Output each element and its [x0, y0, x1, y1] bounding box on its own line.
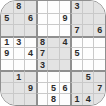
cell-r1c1[interactable] — [1, 1, 13, 13]
cell-r8c1[interactable] — [1, 82, 13, 94]
cell-r6c2[interactable] — [13, 59, 25, 71]
sudoku-board: 8356976138494753159567814 — [0, 0, 106, 106]
cell-r2c7[interactable] — [70, 13, 82, 25]
cell-r9c1[interactable] — [1, 93, 13, 105]
sudoku-app: 8356976138494753159567814 — [0, 0, 106, 106]
cell-r9c2[interactable] — [13, 93, 25, 105]
cell-r9c5[interactable]: 8 — [47, 93, 59, 105]
cell-r2c3[interactable]: 6 — [24, 13, 36, 25]
cell-r3c5[interactable] — [47, 24, 59, 36]
cell-r6c7[interactable] — [70, 59, 82, 71]
cell-r6c8[interactable] — [82, 59, 94, 71]
cell-r9c3[interactable] — [24, 93, 36, 105]
cell-r2c8[interactable] — [82, 13, 94, 25]
cell-r6c4[interactable]: 3 — [36, 59, 48, 71]
cell-r1c5[interactable] — [47, 1, 59, 13]
cell-r6c6[interactable] — [59, 59, 71, 71]
cell-r4c5[interactable] — [47, 36, 59, 48]
cell-r2c4[interactable] — [36, 13, 48, 25]
cell-r5c3[interactable]: 4 — [24, 47, 36, 59]
cell-r9c7[interactable]: 1 — [70, 93, 82, 105]
cell-r7c4[interactable] — [36, 70, 48, 82]
cell-r3c6[interactable] — [59, 24, 71, 36]
cell-r1c3[interactable] — [24, 1, 36, 13]
cell-r9c4[interactable] — [36, 93, 48, 105]
cell-r7c3[interactable] — [24, 70, 36, 82]
cell-r7c7[interactable] — [70, 70, 82, 82]
cell-r8c5[interactable]: 5 — [47, 82, 59, 94]
cell-r7c5[interactable] — [47, 70, 59, 82]
cell-r8c3[interactable]: 9 — [24, 82, 36, 94]
cell-r7c9[interactable] — [93, 70, 105, 82]
cell-r5c2[interactable] — [13, 47, 25, 59]
cell-r7c6[interactable] — [59, 70, 71, 82]
cell-r7c1[interactable] — [1, 70, 13, 82]
cell-r1c2[interactable]: 8 — [13, 1, 25, 13]
cell-r1c8[interactable] — [82, 1, 94, 13]
cell-r9c8[interactable]: 4 — [82, 93, 94, 105]
cell-r6c5[interactable] — [47, 59, 59, 71]
cell-r7c2[interactable]: 1 — [13, 70, 25, 82]
cell-r5c9[interactable] — [93, 47, 105, 59]
cell-r3c2[interactable] — [13, 24, 25, 36]
cell-r5c1[interactable]: 9 — [1, 47, 13, 59]
cell-r8c4[interactable] — [36, 82, 48, 94]
cell-r6c1[interactable] — [1, 59, 13, 71]
cell-r7c8[interactable]: 5 — [82, 70, 94, 82]
cell-r4c6[interactable]: 4 — [59, 36, 71, 48]
cell-r8c7[interactable] — [70, 82, 82, 94]
cell-r8c8[interactable] — [82, 82, 94, 94]
cell-r4c7[interactable] — [70, 36, 82, 48]
cell-r4c4[interactable]: 8 — [36, 36, 48, 48]
cell-r5c8[interactable] — [82, 47, 94, 59]
cell-r2c9[interactable] — [93, 13, 105, 25]
cell-r8c9[interactable]: 7 — [93, 82, 105, 94]
cell-r2c1[interactable]: 5 — [1, 13, 13, 25]
cell-r4c8[interactable] — [82, 36, 94, 48]
cell-r2c6[interactable]: 9 — [59, 13, 71, 25]
cell-r8c6[interactable]: 6 — [59, 82, 71, 94]
cell-r3c3[interactable] — [24, 24, 36, 36]
cell-r2c5[interactable] — [47, 13, 59, 25]
cell-r3c8[interactable] — [82, 24, 94, 36]
cell-r5c7[interactable]: 5 — [70, 47, 82, 59]
cell-r6c9[interactable] — [93, 59, 105, 71]
cell-r4c3[interactable] — [24, 36, 36, 48]
cell-r3c4[interactable] — [36, 24, 48, 36]
cell-r4c9[interactable] — [93, 36, 105, 48]
cell-r1c7[interactable]: 3 — [70, 1, 82, 13]
cell-r9c9[interactable] — [93, 93, 105, 105]
cell-r3c7[interactable]: 7 — [70, 24, 82, 36]
cell-r2c2[interactable] — [13, 13, 25, 25]
cell-r8c2[interactable] — [13, 82, 25, 94]
cell-r4c2[interactable]: 3 — [13, 36, 25, 48]
cell-r1c4[interactable] — [36, 1, 48, 13]
cell-r1c9[interactable] — [93, 1, 105, 13]
cell-r5c5[interactable] — [47, 47, 59, 59]
cell-r5c4[interactable]: 7 — [36, 47, 48, 59]
cell-r4c1[interactable]: 1 — [1, 36, 13, 48]
cell-r6c3[interactable] — [24, 59, 36, 71]
cell-r3c1[interactable] — [1, 24, 13, 36]
cell-r1c6[interactable] — [59, 1, 71, 13]
cell-r9c6[interactable] — [59, 93, 71, 105]
cell-r5c6[interactable] — [59, 47, 71, 59]
cell-r3c9[interactable]: 6 — [93, 24, 105, 36]
